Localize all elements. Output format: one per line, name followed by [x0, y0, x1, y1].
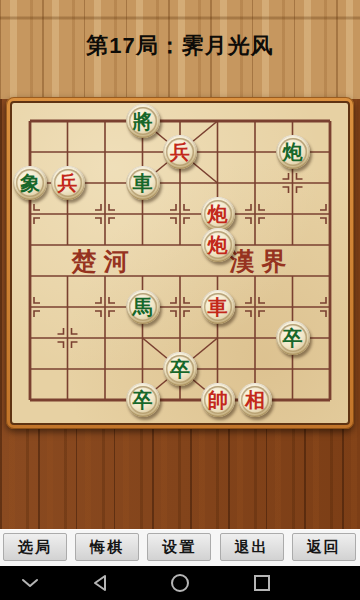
piece-red-chariot[interactable]: 車 [201, 290, 235, 324]
recents-icon[interactable] [250, 566, 274, 600]
undo-move-button[interactable]: 悔棋 [75, 533, 139, 561]
piece-black-horse[interactable]: 馬 [126, 290, 160, 324]
piece-black-elephant[interactable]: 象 [13, 166, 47, 200]
board-frame: 楚河 漢界 將兵炮象兵車炮炮馬車卒卒卒帥相 [6, 97, 354, 429]
piece-character: 象 [20, 173, 40, 193]
piece-red-elephant[interactable]: 相 [238, 383, 272, 417]
piece-character: 炮 [283, 142, 303, 162]
piece-character: 車 [208, 297, 228, 317]
piece-red-general[interactable]: 帥 [201, 383, 235, 417]
android-navbar [0, 566, 360, 600]
app-screen: 第17局：霁月光风 楚河 漢界 將兵炮象兵車炮炮馬車卒卒卒帥相 选局悔棋设置退出… [0, 0, 360, 600]
piece-character: 卒 [170, 359, 190, 379]
piece-character: 兵 [170, 142, 190, 162]
xiangqi-board[interactable]: 楚河 漢界 將兵炮象兵車炮炮馬車卒卒卒帥相 [10, 101, 350, 425]
piece-black-cannon[interactable]: 炮 [276, 135, 310, 169]
piece-red-cannon[interactable]: 炮 [201, 228, 235, 262]
keyboard-hide-icon[interactable] [18, 566, 42, 600]
piece-black-soldier[interactable]: 卒 [126, 383, 160, 417]
piece-red-soldier[interactable]: 兵 [51, 166, 85, 200]
toolbar: 选局悔棋设置退出返回 [0, 529, 360, 566]
piece-character: 炮 [208, 204, 228, 224]
return-button[interactable]: 返回 [292, 533, 356, 561]
piece-character: 馬 [133, 297, 153, 317]
piece-black-soldier[interactable]: 卒 [276, 321, 310, 355]
river-label-left: 楚河 [65, 245, 136, 278]
piece-character: 車 [133, 173, 153, 193]
piece-character: 兵 [58, 173, 78, 193]
piece-black-general[interactable]: 將 [126, 104, 160, 138]
piece-character: 炮 [208, 235, 228, 255]
piece-character: 相 [245, 390, 265, 410]
exit-button[interactable]: 退出 [220, 533, 284, 561]
piece-black-chariot[interactable]: 車 [126, 166, 160, 200]
select-game-button[interactable]: 选局 [3, 533, 67, 561]
settings-button[interactable]: 设置 [147, 533, 211, 561]
piece-character: 將 [133, 111, 153, 131]
piece-red-cannon[interactable]: 炮 [201, 197, 235, 231]
piece-black-soldier[interactable]: 卒 [163, 352, 197, 386]
page-title: 第17局：霁月光风 [0, 31, 360, 61]
piece-character: 卒 [133, 390, 153, 410]
back-icon[interactable] [88, 566, 112, 600]
piece-red-soldier[interactable]: 兵 [163, 135, 197, 169]
piece-character: 帥 [208, 390, 228, 410]
home-icon[interactable] [168, 566, 192, 600]
piece-character: 卒 [283, 328, 303, 348]
